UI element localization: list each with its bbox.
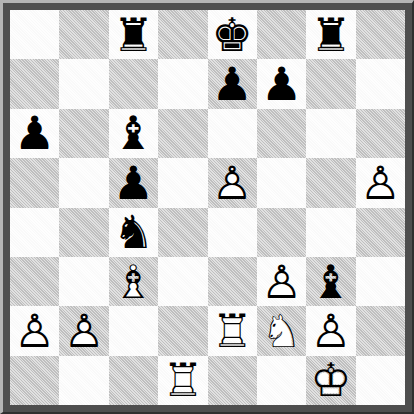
square-e1[interactable]: [208, 356, 257, 405]
square-g4[interactable]: [306, 208, 355, 257]
square-b6[interactable]: [59, 109, 108, 158]
square-e8[interactable]: ♚: [208, 10, 257, 59]
square-b2[interactable]: ♟♙: [59, 306, 108, 355]
square-h1[interactable]: [356, 356, 405, 405]
square-e5[interactable]: ♟♙: [208, 158, 257, 207]
square-g1[interactable]: ♚♔: [306, 356, 355, 405]
chess-diagram: ♜♚♜♟♟♟♝♟♟♙♟♙♞♝♗♟♙♝♟♙♟♙♜♖♞♘♟♙♜♖♚♔: [0, 0, 414, 414]
square-g6[interactable]: [306, 109, 355, 158]
square-f2[interactable]: ♞♘: [257, 306, 306, 355]
square-h8[interactable]: [356, 10, 405, 59]
black-knight-icon[interactable]: ♞: [110, 209, 156, 255]
black-pawn-icon[interactable]: ♟: [12, 110, 58, 156]
white-pawn-icon[interactable]: ♟♙: [12, 308, 58, 354]
square-h7[interactable]: [356, 59, 405, 108]
black-king-icon[interactable]: ♚: [209, 12, 255, 58]
square-h2[interactable]: [356, 306, 405, 355]
square-c5[interactable]: ♟: [109, 158, 158, 207]
black-pawn-icon[interactable]: ♟: [259, 61, 305, 107]
square-a6[interactable]: ♟: [10, 109, 59, 158]
square-e6[interactable]: [208, 109, 257, 158]
square-b3[interactable]: [59, 257, 108, 306]
white-bishop-icon[interactable]: ♝♗: [110, 259, 156, 305]
white-pawn-icon[interactable]: ♟♙: [61, 308, 107, 354]
square-d1[interactable]: ♜♖: [158, 356, 207, 405]
square-c2[interactable]: [109, 306, 158, 355]
white-pawn-icon[interactable]: ♟♙: [209, 160, 255, 206]
square-b7[interactable]: [59, 59, 108, 108]
square-e7[interactable]: ♟: [208, 59, 257, 108]
square-a2[interactable]: ♟♙: [10, 306, 59, 355]
square-h4[interactable]: [356, 208, 405, 257]
white-pawn-icon[interactable]: ♟♙: [357, 160, 403, 206]
black-rook-icon[interactable]: ♜: [308, 12, 354, 58]
square-d7[interactable]: [158, 59, 207, 108]
square-c4[interactable]: ♞: [109, 208, 158, 257]
square-b5[interactable]: [59, 158, 108, 207]
square-g7[interactable]: [306, 59, 355, 108]
white-pawn-icon[interactable]: ♟♙: [259, 259, 305, 305]
square-b8[interactable]: [59, 10, 108, 59]
square-a7[interactable]: [10, 59, 59, 108]
square-c1[interactable]: [109, 356, 158, 405]
black-bishop-icon[interactable]: ♝: [308, 259, 354, 305]
square-e2[interactable]: ♜♖: [208, 306, 257, 355]
square-g3[interactable]: ♝: [306, 257, 355, 306]
square-e4[interactable]: [208, 208, 257, 257]
square-b4[interactable]: [59, 208, 108, 257]
square-e3[interactable]: [208, 257, 257, 306]
square-f3[interactable]: ♟♙: [257, 257, 306, 306]
square-f1[interactable]: [257, 356, 306, 405]
white-rook-icon[interactable]: ♜♖: [160, 357, 206, 403]
square-g5[interactable]: [306, 158, 355, 207]
white-rook-icon[interactable]: ♜♖: [209, 308, 255, 354]
square-g2[interactable]: ♟♙: [306, 306, 355, 355]
square-h6[interactable]: [356, 109, 405, 158]
square-h3[interactable]: [356, 257, 405, 306]
square-d6[interactable]: [158, 109, 207, 158]
black-bishop-icon[interactable]: ♝: [110, 110, 156, 156]
square-d2[interactable]: [158, 306, 207, 355]
square-b1[interactable]: [59, 356, 108, 405]
square-d4[interactable]: [158, 208, 207, 257]
square-d3[interactable]: [158, 257, 207, 306]
square-c3[interactable]: ♝♗: [109, 257, 158, 306]
square-c6[interactable]: ♝: [109, 109, 158, 158]
black-pawn-icon[interactable]: ♟: [209, 61, 255, 107]
square-f7[interactable]: ♟: [257, 59, 306, 108]
white-pawn-icon[interactable]: ♟♙: [308, 308, 354, 354]
square-d8[interactable]: [158, 10, 207, 59]
chess-board: ♜♚♜♟♟♟♝♟♟♙♟♙♞♝♗♟♙♝♟♙♟♙♜♖♞♘♟♙♜♖♚♔: [10, 10, 405, 405]
square-a1[interactable]: [10, 356, 59, 405]
white-king-icon[interactable]: ♚♔: [308, 357, 354, 403]
square-a4[interactable]: [10, 208, 59, 257]
square-d5[interactable]: [158, 158, 207, 207]
square-f6[interactable]: [257, 109, 306, 158]
white-knight-icon[interactable]: ♞♘: [259, 308, 305, 354]
square-f8[interactable]: [257, 10, 306, 59]
square-c8[interactable]: ♜: [109, 10, 158, 59]
black-rook-icon[interactable]: ♜: [110, 12, 156, 58]
square-h5[interactable]: ♟♙: [356, 158, 405, 207]
square-f4[interactable]: [257, 208, 306, 257]
black-pawn-icon[interactable]: ♟: [110, 160, 156, 206]
square-a8[interactable]: [10, 10, 59, 59]
square-c7[interactable]: [109, 59, 158, 108]
square-a3[interactable]: [10, 257, 59, 306]
square-f5[interactable]: [257, 158, 306, 207]
square-a5[interactable]: [10, 158, 59, 207]
square-g8[interactable]: ♜: [306, 10, 355, 59]
